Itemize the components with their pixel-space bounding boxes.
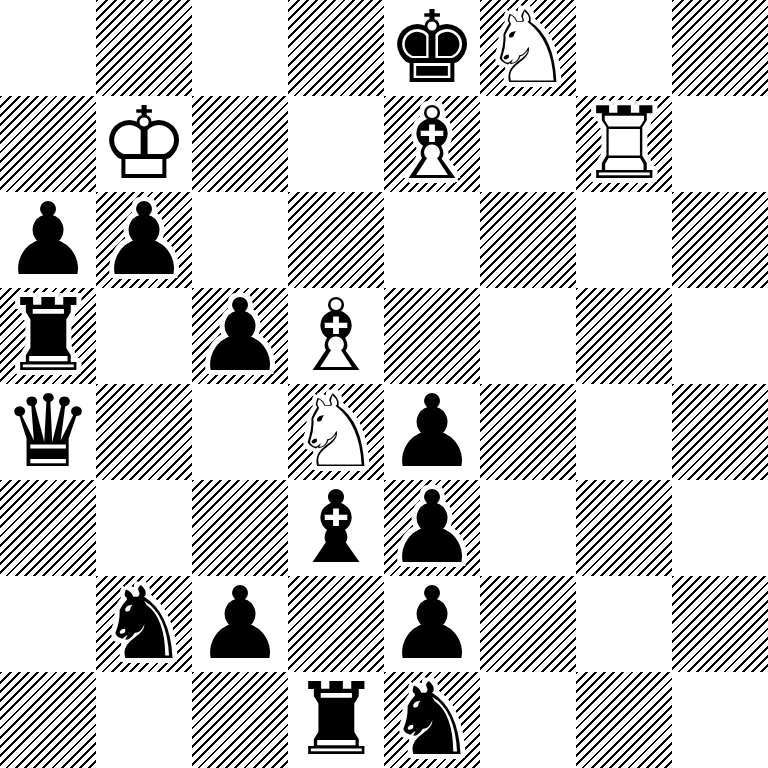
square-g2 — [576, 576, 672, 672]
square-a8 — [0, 0, 96, 96]
square-f3 — [480, 480, 576, 576]
square-g6 — [576, 192, 672, 288]
square-d5: ♝♗ — [288, 288, 384, 384]
square-g1 — [576, 672, 672, 768]
square-e4: ♟♟ — [384, 384, 480, 480]
square-g3 — [576, 480, 672, 576]
square-e6 — [384, 192, 480, 288]
square-c2: ♟♟ — [192, 576, 288, 672]
black-queen: ♛ — [0, 384, 96, 480]
black-bishop: ♝ — [288, 480, 384, 576]
square-g4 — [576, 384, 672, 480]
square-a5: ♜♜ — [0, 288, 96, 384]
square-c1 — [192, 672, 288, 768]
square-b3 — [96, 480, 192, 576]
square-c7 — [192, 96, 288, 192]
square-d1: ♜♜ — [288, 672, 384, 768]
square-e8: ♚♚ — [384, 0, 480, 96]
white-rook: ♖ — [576, 96, 672, 192]
white-knight: ♘ — [288, 384, 384, 480]
square-c6 — [192, 192, 288, 288]
square-d8 — [288, 0, 384, 96]
square-b2: ♞♞ — [96, 576, 192, 672]
black-knight: ♞ — [96, 576, 192, 672]
chess-board: ♚♚♞♘♚♔♝♗♜♖♟♟♟♟♜♜♟♟♝♗♛♛♞♘♟♟♝♝♟♟♞♞♟♟♟♟♜♜♞♞ — [0, 0, 768, 768]
square-d2 — [288, 576, 384, 672]
square-h3 — [672, 480, 768, 576]
square-e2: ♟♟ — [384, 576, 480, 672]
square-b1 — [96, 672, 192, 768]
square-d6 — [288, 192, 384, 288]
square-g8 — [576, 0, 672, 96]
black-pawn: ♟ — [192, 576, 288, 672]
black-pawn: ♟ — [384, 576, 480, 672]
white-knight: ♘ — [480, 0, 576, 96]
square-f7 — [480, 96, 576, 192]
square-c3 — [192, 480, 288, 576]
black-knight: ♞ — [384, 672, 480, 768]
square-h5 — [672, 288, 768, 384]
square-a2 — [0, 576, 96, 672]
square-e1: ♞♞ — [384, 672, 480, 768]
square-b8 — [96, 0, 192, 96]
square-f5 — [480, 288, 576, 384]
square-f8: ♞♘ — [480, 0, 576, 96]
square-h2 — [672, 576, 768, 672]
square-c5: ♟♟ — [192, 288, 288, 384]
black-pawn: ♟ — [96, 192, 192, 288]
black-pawn: ♟ — [0, 192, 96, 288]
square-a4: ♛♛ — [0, 384, 96, 480]
white-bishop: ♗ — [288, 288, 384, 384]
square-b4 — [96, 384, 192, 480]
black-king: ♚ — [384, 0, 480, 96]
square-a1 — [0, 672, 96, 768]
square-c8 — [192, 0, 288, 96]
square-g5 — [576, 288, 672, 384]
square-f2 — [480, 576, 576, 672]
white-bishop: ♗ — [384, 96, 480, 192]
square-h4 — [672, 384, 768, 480]
square-f6 — [480, 192, 576, 288]
black-pawn: ♟ — [384, 480, 480, 576]
square-e5 — [384, 288, 480, 384]
square-f4 — [480, 384, 576, 480]
square-b5 — [96, 288, 192, 384]
square-g7: ♜♖ — [576, 96, 672, 192]
black-rook: ♜ — [288, 672, 384, 768]
square-h7 — [672, 96, 768, 192]
black-pawn: ♟ — [384, 384, 480, 480]
square-d3: ♝♝ — [288, 480, 384, 576]
square-d7 — [288, 96, 384, 192]
square-e7: ♝♗ — [384, 96, 480, 192]
square-a6: ♟♟ — [0, 192, 96, 288]
black-pawn: ♟ — [192, 288, 288, 384]
square-a3 — [0, 480, 96, 576]
square-h6 — [672, 192, 768, 288]
square-a7 — [0, 96, 96, 192]
square-h1 — [672, 672, 768, 768]
white-king: ♔ — [96, 96, 192, 192]
black-rook: ♜ — [0, 288, 96, 384]
square-f1 — [480, 672, 576, 768]
square-c4 — [192, 384, 288, 480]
square-h8 — [672, 0, 768, 96]
square-b7: ♚♔ — [96, 96, 192, 192]
square-b6: ♟♟ — [96, 192, 192, 288]
square-d4: ♞♘ — [288, 384, 384, 480]
square-e3: ♟♟ — [384, 480, 480, 576]
